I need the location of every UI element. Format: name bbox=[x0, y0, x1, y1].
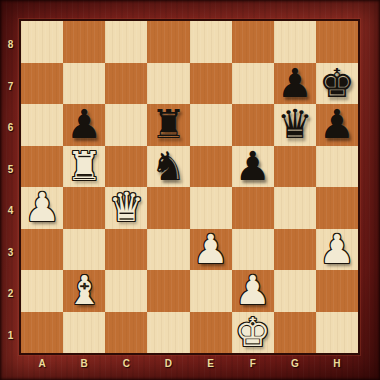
rank-label-4: 4 bbox=[0, 187, 21, 229]
square-g7[interactable]: ♟︎ bbox=[274, 63, 316, 105]
square-d8[interactable] bbox=[147, 21, 189, 63]
square-h3[interactable]: ♟︎ bbox=[316, 229, 358, 271]
square-a1[interactable] bbox=[21, 312, 63, 354]
square-b7[interactable] bbox=[63, 63, 105, 105]
file-label-f: F bbox=[232, 353, 274, 377]
white-bishop[interactable]: ♝ bbox=[66, 270, 102, 311]
black-knight[interactable]: ♞ bbox=[151, 146, 187, 187]
square-h5[interactable] bbox=[316, 146, 358, 188]
square-h8[interactable] bbox=[316, 21, 358, 63]
square-c8[interactable] bbox=[105, 21, 147, 63]
square-c5[interactable] bbox=[105, 146, 147, 188]
black-king[interactable]: ♚ bbox=[319, 63, 355, 104]
square-g8[interactable] bbox=[274, 21, 316, 63]
square-a2[interactable] bbox=[21, 270, 63, 312]
square-f7[interactable] bbox=[232, 63, 274, 105]
square-e2[interactable] bbox=[190, 270, 232, 312]
file-label-g: G bbox=[274, 353, 316, 377]
square-e7[interactable] bbox=[190, 63, 232, 105]
square-d1[interactable] bbox=[147, 312, 189, 354]
square-b4[interactable] bbox=[63, 187, 105, 229]
white-rook[interactable]: ♜ bbox=[66, 146, 102, 187]
file-labels: ABCDEFGH bbox=[21, 353, 358, 377]
rank-label-5: 5 bbox=[0, 146, 21, 188]
square-h4[interactable] bbox=[316, 187, 358, 229]
square-a4[interactable]: ♟︎ bbox=[21, 187, 63, 229]
square-f5[interactable]: ♟︎ bbox=[232, 146, 274, 188]
white-queen[interactable]: ♛ bbox=[108, 187, 144, 228]
square-h7[interactable]: ♚ bbox=[316, 63, 358, 105]
black-rook[interactable]: ♜ bbox=[151, 104, 187, 145]
square-b2[interactable]: ♝ bbox=[63, 270, 105, 312]
file-label-b: B bbox=[63, 353, 105, 377]
square-b1[interactable] bbox=[63, 312, 105, 354]
square-c1[interactable] bbox=[105, 312, 147, 354]
black-pawn[interactable]: ♟︎ bbox=[235, 146, 271, 187]
file-label-c: C bbox=[105, 353, 147, 377]
square-f4[interactable] bbox=[232, 187, 274, 229]
rank-label-1: 1 bbox=[0, 312, 21, 354]
file-label-a: A bbox=[21, 353, 63, 377]
white-pawn[interactable]: ♟︎ bbox=[193, 229, 229, 270]
square-h2[interactable] bbox=[316, 270, 358, 312]
black-queen[interactable]: ♛ bbox=[277, 104, 313, 145]
chess-board: ♟︎♚♟︎♜♛♟︎♜♞♟︎♟︎♛♟︎♟︎♝♟︎♚ bbox=[21, 21, 358, 353]
white-pawn[interactable]: ♟︎ bbox=[235, 270, 271, 311]
square-b3[interactable] bbox=[63, 229, 105, 271]
square-d2[interactable] bbox=[147, 270, 189, 312]
square-e1[interactable] bbox=[190, 312, 232, 354]
square-e8[interactable] bbox=[190, 21, 232, 63]
square-f8[interactable] bbox=[232, 21, 274, 63]
black-pawn[interactable]: ♟︎ bbox=[66, 104, 102, 145]
square-g2[interactable] bbox=[274, 270, 316, 312]
rank-label-7: 7 bbox=[0, 63, 21, 105]
square-e6[interactable] bbox=[190, 104, 232, 146]
rank-label-8: 8 bbox=[0, 21, 21, 63]
square-b8[interactable] bbox=[63, 21, 105, 63]
square-d5[interactable]: ♞ bbox=[147, 146, 189, 188]
square-g3[interactable] bbox=[274, 229, 316, 271]
square-a6[interactable] bbox=[21, 104, 63, 146]
rank-label-3: 3 bbox=[0, 229, 21, 271]
square-c4[interactable]: ♛ bbox=[105, 187, 147, 229]
square-a5[interactable] bbox=[21, 146, 63, 188]
black-pawn[interactable]: ♟︎ bbox=[277, 63, 313, 104]
white-pawn[interactable]: ♟︎ bbox=[24, 187, 60, 228]
file-label-d: D bbox=[147, 353, 189, 377]
square-f6[interactable] bbox=[232, 104, 274, 146]
rank-labels: 87654321 bbox=[0, 21, 21, 353]
square-a8[interactable] bbox=[21, 21, 63, 63]
square-g6[interactable]: ♛ bbox=[274, 104, 316, 146]
file-label-h: H bbox=[316, 353, 358, 377]
square-g4[interactable] bbox=[274, 187, 316, 229]
square-c6[interactable] bbox=[105, 104, 147, 146]
square-h1[interactable] bbox=[316, 312, 358, 354]
white-king[interactable]: ♚ bbox=[235, 312, 271, 353]
square-c7[interactable] bbox=[105, 63, 147, 105]
square-d7[interactable] bbox=[147, 63, 189, 105]
square-g1[interactable] bbox=[274, 312, 316, 354]
square-d4[interactable] bbox=[147, 187, 189, 229]
black-pawn[interactable]: ♟︎ bbox=[319, 104, 355, 145]
square-e5[interactable] bbox=[190, 146, 232, 188]
file-label-e: E bbox=[190, 353, 232, 377]
square-b5[interactable]: ♜ bbox=[63, 146, 105, 188]
square-f3[interactable] bbox=[232, 229, 274, 271]
square-b6[interactable]: ♟︎ bbox=[63, 104, 105, 146]
board-frame: 87654321 ABCDEFGH ♟︎♚♟︎♜♛♟︎♜♞♟︎♟︎♛♟︎♟︎♝♟… bbox=[0, 0, 380, 380]
square-f2[interactable]: ♟︎ bbox=[232, 270, 274, 312]
square-c2[interactable] bbox=[105, 270, 147, 312]
square-c3[interactable] bbox=[105, 229, 147, 271]
square-d6[interactable]: ♜ bbox=[147, 104, 189, 146]
square-h6[interactable]: ♟︎ bbox=[316, 104, 358, 146]
square-a3[interactable] bbox=[21, 229, 63, 271]
square-d3[interactable] bbox=[147, 229, 189, 271]
square-g5[interactable] bbox=[274, 146, 316, 188]
square-e4[interactable] bbox=[190, 187, 232, 229]
rank-label-2: 2 bbox=[0, 270, 21, 312]
square-e3[interactable]: ♟︎ bbox=[190, 229, 232, 271]
rank-label-6: 6 bbox=[0, 104, 21, 146]
square-a7[interactable] bbox=[21, 63, 63, 105]
white-pawn[interactable]: ♟︎ bbox=[319, 229, 355, 270]
square-f1[interactable]: ♚ bbox=[232, 312, 274, 354]
